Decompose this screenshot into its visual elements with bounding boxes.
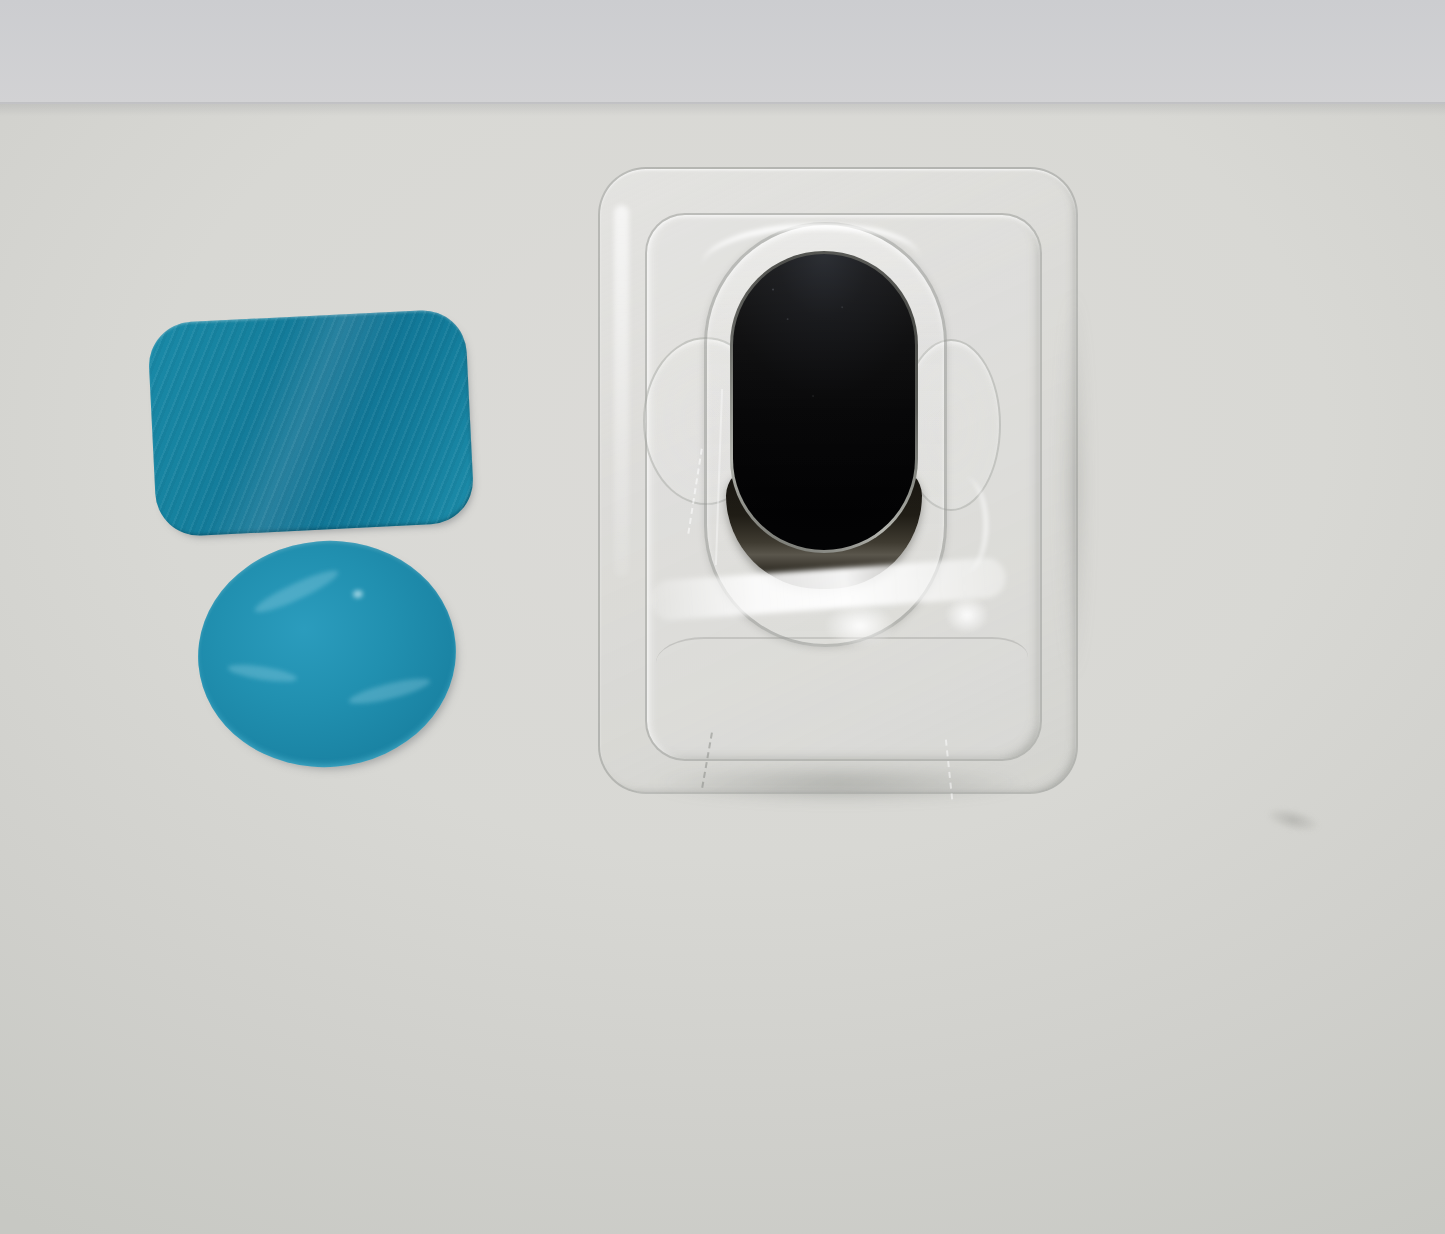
blister-pack (598, 167, 1078, 794)
metal-plate-rectangle (147, 308, 475, 537)
scuff-mark (347, 674, 432, 709)
metal-plate-disc (189, 530, 466, 778)
scuff-mark (353, 590, 364, 599)
highlight-left-wall (614, 205, 629, 577)
product-photo-scene (0, 0, 1445, 1234)
backdrop-smudge (1254, 797, 1333, 842)
backdrop-top-band (0, 0, 1445, 104)
highlight-blob (936, 589, 998, 641)
highlight-dome-right-edge (940, 477, 988, 573)
plate-sheen (147, 308, 475, 537)
backdrop-seam (0, 102, 1445, 116)
scuff-mark (251, 565, 341, 618)
scuff-mark (227, 661, 298, 685)
highlight-blob (810, 595, 910, 657)
